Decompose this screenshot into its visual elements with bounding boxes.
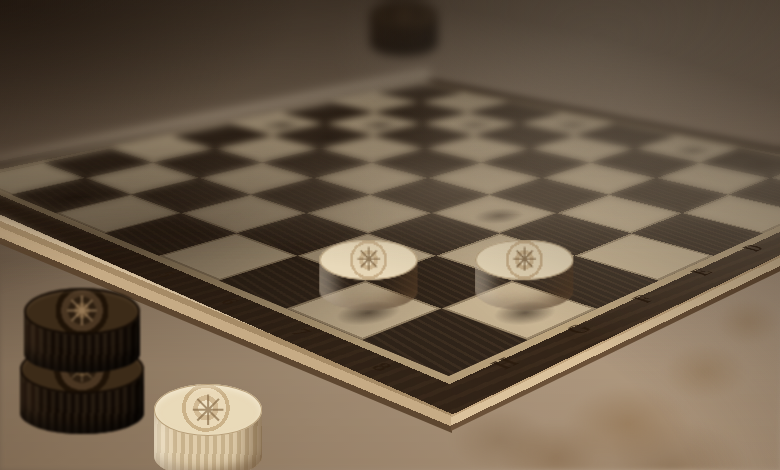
carved-rosette-icon: ✳ (24, 288, 140, 335)
white-checker-piece: ✳ (474, 240, 573, 319)
carved-rosette-icon: ✳ (319, 240, 418, 281)
carved-rosette-icon: ✳ (154, 384, 262, 436)
carved-rosette-icon: ✳ (474, 240, 573, 281)
carved-rosette-icon: ✳ (540, 80, 602, 105)
rank-label-2: 2 (0, 203, 31, 215)
checkers-photo-stage: ✳✳✳✳✳✳✳✳✳✳✳✳ 12345678HGFEDCBA ✳ ✳ ✳ (0, 0, 780, 470)
black-checker-piece: ✳ (24, 288, 140, 378)
white-checker-piece: ✳ (723, 114, 780, 169)
rank-label-6: 6 (206, 293, 253, 311)
offboard-black-stack: ✳ ✳ (20, 288, 148, 448)
rank-label-8: 8 (354, 355, 408, 378)
white-checker-piece: ✳ (657, 102, 724, 155)
board-square-e4 (314, 163, 428, 195)
white-checker-piece: ✳ (540, 80, 602, 129)
carved-rosette-icon: ✳ (443, 80, 505, 105)
white-checker-piece: ✳ (319, 240, 418, 319)
rank-label-4: 4 (89, 243, 130, 257)
rank-label-7: 7 (276, 322, 326, 342)
rank-label-3: 3 (39, 222, 78, 235)
rank-label-5: 5 (144, 266, 188, 282)
white-checker-piece: ✳ (458, 157, 538, 220)
offboard-white-piece: ✳ (154, 384, 262, 470)
white-checker-piece: ✳ (443, 80, 505, 129)
carved-rosette-icon: ✳ (458, 157, 537, 190)
carved-rosette-icon: ✳ (657, 102, 724, 130)
